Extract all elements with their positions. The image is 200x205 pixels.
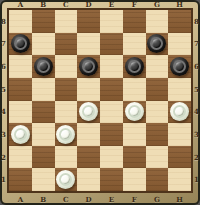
square-g7[interactable] [146,33,169,56]
coord-label: 8 [0,10,7,33]
square-e6[interactable] [100,55,123,78]
square-f4[interactable] [123,101,146,124]
square-b7[interactable] [32,33,55,56]
coord-label: E [100,193,123,205]
square-a2[interactable] [9,146,32,169]
coord-label: 7 [0,33,7,56]
piece-black-man-g7[interactable] [147,34,166,53]
square-c6[interactable] [55,55,78,78]
coord-label: A [9,0,32,8]
square-c5[interactable] [55,78,78,101]
square-c3[interactable] [55,123,78,146]
piece-white-man-d4[interactable] [79,102,98,121]
coord-label: G [146,193,169,205]
coord-label: 5 [0,78,7,101]
square-c4[interactable] [55,101,78,124]
coord-label: 1 [0,168,7,191]
piece-black-man-d6[interactable] [79,57,98,76]
coord-label: 3 [193,123,200,146]
square-d8[interactable] [77,10,100,33]
square-c1[interactable] [55,168,78,191]
square-d7[interactable] [77,33,100,56]
square-e3[interactable] [100,123,123,146]
coord-label: F [123,0,146,8]
square-e8[interactable] [100,10,123,33]
square-e4[interactable] [100,101,123,124]
square-c2[interactable] [55,146,78,169]
square-g1[interactable] [146,168,169,191]
coord-label: D [77,193,100,205]
square-b3[interactable] [32,123,55,146]
square-d4[interactable] [77,101,100,124]
coord-label: C [55,0,78,8]
piece-white-man-a3[interactable] [11,125,30,144]
coord-label: 6 [193,55,200,78]
square-a1[interactable] [9,168,32,191]
square-b8[interactable] [32,10,55,33]
coord-label: 7 [193,33,200,56]
square-h7[interactable] [168,33,191,56]
square-a4[interactable] [9,101,32,124]
checkers-app: ABCDEFGH 87654321 87654321 ABCDEFGH [0,0,200,205]
square-e7[interactable] [100,33,123,56]
square-b6[interactable] [32,55,55,78]
square-g3[interactable] [146,123,169,146]
piece-white-man-h4[interactable] [170,102,189,121]
coord-label: 1 [193,168,200,191]
square-b5[interactable] [32,78,55,101]
square-f6[interactable] [123,55,146,78]
square-e5[interactable] [100,78,123,101]
square-a6[interactable] [9,55,32,78]
piece-white-man-f4[interactable] [125,102,144,121]
rank-labels-left: 87654321 [0,10,7,191]
coord-label: 6 [0,55,7,78]
square-f1[interactable] [123,168,146,191]
square-b4[interactable] [32,101,55,124]
board [7,8,193,193]
square-c8[interactable] [55,10,78,33]
square-c7[interactable] [55,33,78,56]
square-d6[interactable] [77,55,100,78]
coord-label: 2 [0,146,7,169]
square-h1[interactable] [168,168,191,191]
coord-label: 4 [0,101,7,124]
coord-label: D [77,0,100,8]
square-h8[interactable] [168,10,191,33]
coord-label: 5 [193,78,200,101]
coord-label: H [168,193,191,205]
square-f8[interactable] [123,10,146,33]
piece-black-man-f6[interactable] [125,57,144,76]
file-labels-bottom: ABCDEFGH [9,193,191,205]
square-f5[interactable] [123,78,146,101]
square-h6[interactable] [168,55,191,78]
square-a5[interactable] [9,78,32,101]
square-a7[interactable] [9,33,32,56]
square-g5[interactable] [146,78,169,101]
coord-label: G [146,0,169,8]
square-f3[interactable] [123,123,146,146]
coord-label: 3 [0,123,7,146]
coord-label: A [9,193,32,205]
square-a3[interactable] [9,123,32,146]
square-e1[interactable] [100,168,123,191]
square-d1[interactable] [77,168,100,191]
square-f7[interactable] [123,33,146,56]
square-b1[interactable] [32,168,55,191]
file-labels-top: ABCDEFGH [9,0,191,8]
coord-label: E [100,0,123,8]
square-d5[interactable] [77,78,100,101]
square-b2[interactable] [32,146,55,169]
piece-black-man-b6[interactable] [34,57,53,76]
coord-label: 8 [193,10,200,33]
piece-white-man-c1[interactable] [56,170,75,189]
square-e2[interactable] [100,146,123,169]
coord-label: 4 [193,101,200,124]
square-f2[interactable] [123,146,146,169]
square-h3[interactable] [168,123,191,146]
square-d2[interactable] [77,146,100,169]
square-g8[interactable] [146,10,169,33]
square-g2[interactable] [146,146,169,169]
square-h2[interactable] [168,146,191,169]
square-g6[interactable] [146,55,169,78]
square-g4[interactable] [146,101,169,124]
coord-label: H [168,0,191,8]
piece-white-man-c3[interactable] [56,125,75,144]
piece-black-man-a7[interactable] [11,34,30,53]
coord-label: B [32,193,55,205]
square-h4[interactable] [168,101,191,124]
square-a8[interactable] [9,10,32,33]
rank-labels-right: 87654321 [193,10,200,191]
coord-label: C [55,193,78,205]
coord-label: F [123,193,146,205]
piece-black-man-h6[interactable] [170,57,189,76]
coord-label: B [32,0,55,8]
square-d3[interactable] [77,123,100,146]
coord-label: 2 [193,146,200,169]
square-h5[interactable] [168,78,191,101]
